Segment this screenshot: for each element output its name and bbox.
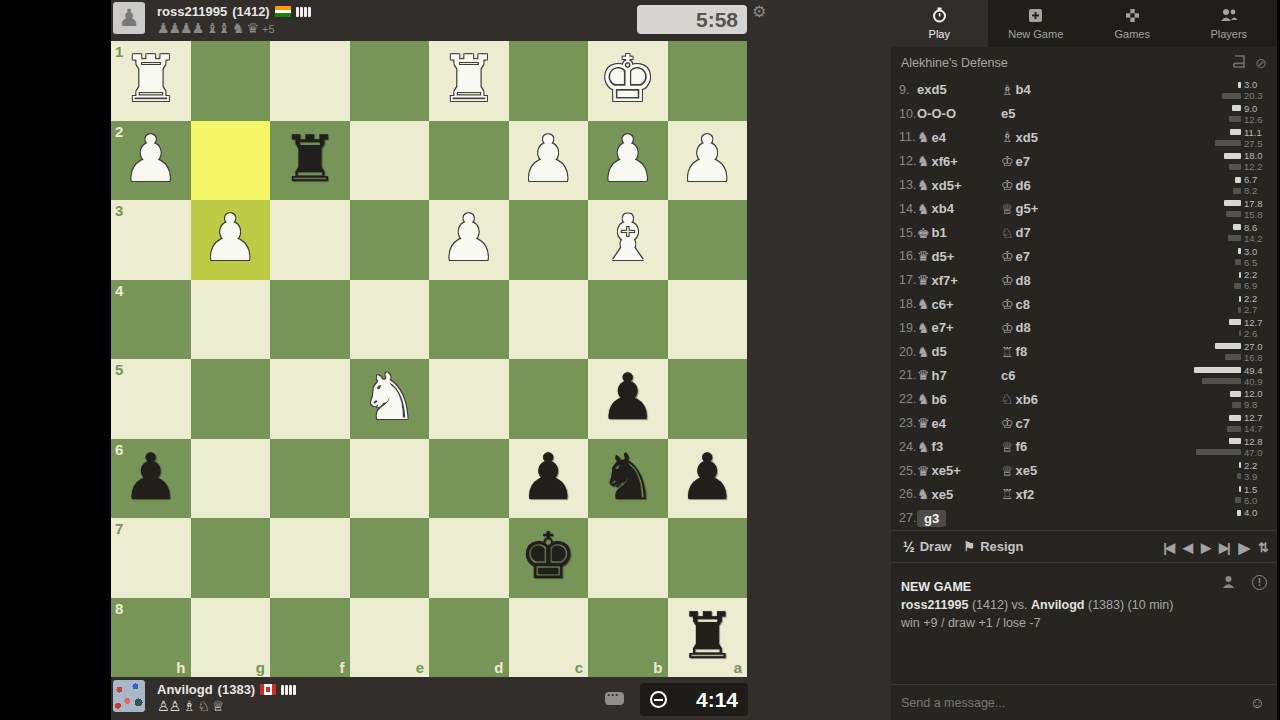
square-e3[interactable] bbox=[350, 200, 430, 280]
letterbox-background: ♟ ross211995 (1412) ♟♟♟♟ ♝♝ ♞ ♛+5 5:58 ⚙… bbox=[0, 0, 1280, 720]
move-number: 10. bbox=[891, 107, 917, 121]
smiley-icon[interactable]: ☺ bbox=[1250, 694, 1265, 711]
black-pawn-h6[interactable]: ♟ bbox=[111, 439, 191, 519]
step-back-button[interactable]: ◀ bbox=[1183, 540, 1191, 555]
square-f8[interactable]: f bbox=[270, 598, 350, 678]
white-move[interactable]: ♛xe5+ bbox=[917, 463, 1001, 479]
time-value: 47.0 bbox=[1244, 447, 1271, 458]
time-bar bbox=[1194, 367, 1241, 373]
white-rook-d1[interactable]: ♜ bbox=[429, 41, 509, 121]
square-a7[interactable] bbox=[668, 518, 748, 598]
square-h6[interactable]: 6♟ bbox=[111, 439, 191, 519]
figurine-icon: ♛ bbox=[917, 367, 930, 383]
square-c6[interactable]: ♟ bbox=[509, 439, 589, 519]
move-times: 17.815.8 bbox=[1111, 198, 1271, 220]
square-g7[interactable] bbox=[191, 518, 271, 598]
white-move[interactable]: ♞d5 bbox=[917, 344, 1001, 360]
move-times: 2.26.9 bbox=[1111, 269, 1271, 291]
time-bar bbox=[1238, 307, 1241, 313]
time-value: 12.2 bbox=[1244, 161, 1271, 172]
move-number: 14. bbox=[891, 202, 917, 216]
time-value: 6.0 bbox=[1244, 495, 1271, 506]
figurine-icon: ♞ bbox=[917, 486, 930, 502]
square-g8[interactable]: g bbox=[191, 598, 271, 678]
square-d2[interactable] bbox=[429, 121, 509, 201]
black-move[interactable]: ♖f8 bbox=[1001, 344, 1085, 360]
move-times: 27.016.8 bbox=[1111, 341, 1271, 363]
time-value: 8.6 bbox=[1244, 222, 1271, 233]
white-rook-h1[interactable]: ♜ bbox=[111, 41, 191, 121]
figurine-icon: ♛ bbox=[917, 415, 930, 431]
square-b7[interactable] bbox=[588, 518, 668, 598]
time-value: 17.8 bbox=[1244, 198, 1271, 209]
time-bar bbox=[1226, 211, 1241, 217]
square-b5[interactable]: ♟ bbox=[588, 359, 668, 439]
move-row-22: 22.♞b6♘xb612.09.8 bbox=[891, 387, 1277, 411]
square-a2[interactable]: ♟ bbox=[668, 121, 748, 201]
square-f2[interactable]: ♜ bbox=[270, 121, 350, 201]
square-c3[interactable] bbox=[509, 200, 589, 280]
square-h5[interactable]: 5 bbox=[111, 359, 191, 439]
square-a5[interactable] bbox=[668, 359, 748, 439]
time-bar bbox=[1232, 402, 1241, 408]
white-move[interactable]: ♞xb4 bbox=[917, 201, 1001, 217]
new-game-title: NEW GAME bbox=[901, 580, 971, 594]
time-value: 3.9 bbox=[1244, 471, 1271, 482]
rank-label: 5 bbox=[115, 361, 123, 378]
connection-signal-icon bbox=[296, 7, 311, 17]
resign-button[interactable]: ⚑ Resign bbox=[963, 539, 1023, 554]
black-rook-a8[interactable]: ♜ bbox=[668, 598, 748, 678]
connection-signal-icon bbox=[281, 685, 296, 695]
move-row-12: 12.♞xf6+♔e718.012.2 bbox=[891, 149, 1277, 173]
time-value: 3.0 bbox=[1244, 246, 1271, 257]
white-move[interactable]: ♞xe5 bbox=[917, 486, 1001, 502]
time-bar bbox=[1238, 248, 1241, 254]
square-b8[interactable]: b bbox=[588, 598, 668, 678]
tab-new-game[interactable]: New Game bbox=[988, 0, 1085, 47]
time-bar bbox=[1239, 330, 1241, 336]
square-g3[interactable]: ♟ bbox=[191, 200, 271, 280]
time-value: 2.7 bbox=[1244, 304, 1271, 315]
black-pawn-a6[interactable]: ♟ bbox=[668, 439, 748, 519]
black-move[interactable]: ♖xf2 bbox=[1001, 486, 1085, 502]
move-row-21: 21.♛h7c649.440.9 bbox=[891, 364, 1277, 388]
move-list[interactable]: 9.exd5♗b43.020.310.O-O-Oe59.012.611.♞e4♗… bbox=[891, 78, 1277, 530]
time-value: 4.0 bbox=[1244, 507, 1271, 518]
square-d4[interactable] bbox=[429, 280, 509, 360]
time-value: 2.6 bbox=[1244, 328, 1271, 339]
white-pawn-h2[interactable]: ♟ bbox=[111, 121, 191, 201]
black-move[interactable]: ♕g5+ bbox=[1001, 201, 1085, 217]
file-label: e bbox=[416, 659, 424, 676]
white-move[interactable]: ♛e4 bbox=[917, 415, 1001, 431]
jump-end-button[interactable]: ▶| bbox=[1219, 540, 1229, 555]
black-pawn-b5[interactable]: ♟ bbox=[588, 359, 668, 439]
move-times: 12.847.0 bbox=[1111, 436, 1271, 458]
time-value: 6.9 bbox=[1244, 280, 1271, 291]
time-bar bbox=[1225, 354, 1241, 360]
move-row-9: 9.exd5♗b43.020.3 bbox=[891, 78, 1277, 102]
figurine-icon: ♘ bbox=[1001, 225, 1014, 241]
white-move[interactable]: ♛h7 bbox=[917, 367, 1001, 383]
explorer-icon[interactable]: ⊘ bbox=[1255, 55, 1267, 71]
square-h2[interactable]: 2♟ bbox=[111, 121, 191, 201]
opening-row: Alekhine's Defense ⊘ bbox=[891, 47, 1277, 78]
move-times: 4.0 bbox=[1111, 507, 1271, 518]
step-forward-button[interactable]: ▶ bbox=[1201, 540, 1209, 555]
black-move[interactable]: ♘xb6 bbox=[1001, 391, 1085, 407]
square-f6[interactable] bbox=[270, 439, 350, 519]
panel-tabs: Play New Game Games Players bbox=[891, 0, 1277, 47]
square-e2[interactable] bbox=[350, 121, 430, 201]
time-value: 49.4 bbox=[1244, 365, 1271, 376]
square-g4[interactable] bbox=[191, 280, 271, 360]
top-captured-pieces: ♟♟♟♟ ♝♝ ♞ ♛+5 bbox=[157, 20, 275, 36]
square-d1[interactable]: ♜ bbox=[429, 41, 509, 121]
white-move[interactable]: ♛xf7+ bbox=[917, 272, 1001, 288]
black-move[interactable]: ♔e7 bbox=[1001, 153, 1085, 169]
time-bar bbox=[1222, 93, 1241, 99]
figurine-icon: ♞ bbox=[917, 177, 930, 193]
square-f3[interactable] bbox=[270, 200, 350, 280]
time-bar bbox=[1215, 140, 1241, 146]
move-row-10: 10.O-O-Oe59.012.6 bbox=[891, 102, 1277, 126]
square-b2[interactable]: ♟ bbox=[588, 121, 668, 201]
time-bar bbox=[1229, 415, 1241, 421]
time-bar bbox=[1232, 105, 1241, 111]
move-row-18: 18.♞c6+♔c82.22.7 bbox=[891, 292, 1277, 316]
time-bar bbox=[1234, 283, 1241, 289]
move-number: 18. bbox=[891, 297, 917, 311]
move-number: 27. bbox=[891, 511, 917, 525]
square-e6[interactable] bbox=[350, 439, 430, 519]
time-value: 1.5 bbox=[1244, 484, 1271, 495]
time-bar bbox=[1235, 259, 1241, 265]
square-a8[interactable]: a♜ bbox=[668, 598, 748, 678]
move-row-26: 26.♞xe5♖xf21.56.0 bbox=[891, 483, 1277, 507]
rank-label: 4 bbox=[115, 282, 123, 299]
white-move[interactable]: ♚b1 bbox=[917, 225, 1001, 241]
time-value: 3.0 bbox=[1244, 79, 1271, 90]
black-move[interactable]: ♗b4 bbox=[1001, 82, 1085, 98]
rank-label: 7 bbox=[115, 520, 123, 537]
matchup-line: ross211995 (1412) vs. Anvilogd (1383) (1… bbox=[901, 598, 1173, 612]
figurine-icon: ♔ bbox=[1001, 415, 1014, 431]
chess-board[interactable]: 1♜♜♚2♟♜♟♟♟3♟♟♝45♞♟6♟♟♞♟7♚8hgfedcba♜ bbox=[111, 41, 747, 677]
white-pawn-d3[interactable]: ♟ bbox=[429, 200, 509, 280]
square-f7[interactable] bbox=[270, 518, 350, 598]
challenge-icon[interactable] bbox=[1221, 575, 1236, 590]
square-f4[interactable] bbox=[270, 280, 350, 360]
time-bar bbox=[1239, 296, 1241, 302]
square-b3[interactable]: ♝ bbox=[588, 200, 668, 280]
move-times: 12.72.6 bbox=[1111, 317, 1271, 339]
figurine-icon: ♛ bbox=[917, 248, 930, 264]
square-g6[interactable] bbox=[191, 439, 271, 519]
move-times: 8.614.2 bbox=[1111, 222, 1271, 244]
white-pawn-c2[interactable]: ♟ bbox=[509, 121, 589, 201]
square-b4[interactable] bbox=[588, 280, 668, 360]
black-move[interactable]: c6 bbox=[1001, 368, 1085, 383]
figurine-icon: ♗ bbox=[1001, 129, 1014, 145]
gear-icon[interactable]: ⚙ bbox=[752, 2, 766, 21]
square-e8[interactable]: e bbox=[350, 598, 430, 678]
white-move[interactable]: ♞e7+ bbox=[917, 320, 1001, 336]
figurine-icon: ♛ bbox=[917, 463, 930, 479]
square-h4[interactable]: 4 bbox=[111, 280, 191, 360]
move-number: 16. bbox=[891, 249, 917, 263]
move-row-20: 20.♞d5♖f827.016.8 bbox=[891, 340, 1277, 364]
figurine-icon: ♖ bbox=[1001, 486, 1014, 502]
square-c8[interactable]: c bbox=[509, 598, 589, 678]
square-d8[interactable]: d bbox=[429, 598, 509, 678]
square-h7[interactable]: 7 bbox=[111, 518, 191, 598]
time-bar bbox=[1227, 426, 1241, 432]
move-number: 20. bbox=[891, 345, 917, 359]
move-number: 21. bbox=[891, 368, 917, 382]
top-player-avatar[interactable]: ♟ bbox=[113, 2, 145, 34]
move-times: 49.440.9 bbox=[1111, 365, 1271, 387]
black-rook-f2[interactable]: ♜ bbox=[270, 121, 350, 201]
bottom-player-rating: (1383) bbox=[218, 682, 256, 697]
figurine-icon: ♔ bbox=[1001, 153, 1014, 169]
figurine-icon: ♗ bbox=[1001, 82, 1014, 98]
active-clock-icon bbox=[650, 691, 667, 708]
app-background: ♟ ross211995 (1412) ♟♟♟♟ ♝♝ ♞ ♛+5 5:58 ⚙… bbox=[111, 0, 1166, 720]
square-f5[interactable] bbox=[270, 359, 350, 439]
time-bar bbox=[1237, 473, 1241, 479]
white-pawn-b2[interactable]: ♟ bbox=[588, 121, 668, 201]
file-label: b bbox=[653, 659, 662, 676]
white-pawn-g3[interactable]: ♟ bbox=[191, 200, 271, 280]
time-value: 12.6 bbox=[1244, 114, 1271, 125]
figurine-icon: ♔ bbox=[1001, 272, 1014, 288]
square-c5[interactable] bbox=[509, 359, 589, 439]
time-value: 15.8 bbox=[1244, 209, 1271, 220]
figurine-icon: ♛ bbox=[917, 272, 930, 288]
square-d7[interactable] bbox=[429, 518, 509, 598]
jump-start-button[interactable]: |◀ bbox=[1163, 540, 1173, 555]
time-bar bbox=[1230, 129, 1241, 135]
white-move[interactable]: ♞f3 bbox=[917, 439, 1001, 455]
bottom-captured-pieces: ♙♙ ♗ ♘ ♕ bbox=[157, 698, 223, 714]
opening-name[interactable]: Alekhine's Defense bbox=[901, 56, 1008, 70]
square-g2[interactable] bbox=[191, 121, 271, 201]
move-row-27: 27.g34.0 bbox=[891, 506, 1277, 530]
square-b6[interactable]: ♞ bbox=[588, 439, 668, 519]
move-row-19: 19.♞e7+♔d812.72.6 bbox=[891, 316, 1277, 340]
white-move[interactable]: ♞xd5+ bbox=[917, 177, 1001, 193]
white-move[interactable]: ♞xf6+ bbox=[917, 153, 1001, 169]
tab-games[interactable]: Games bbox=[1084, 0, 1181, 47]
figurine-icon: ♞ bbox=[917, 344, 930, 360]
square-a3[interactable] bbox=[668, 200, 748, 280]
figurine-icon: ♞ bbox=[917, 296, 930, 312]
rank-label: 3 bbox=[115, 202, 123, 219]
file-label: d bbox=[494, 659, 503, 676]
black-move[interactable]: ♗xd5 bbox=[1001, 129, 1085, 145]
top-player-name[interactable]: ross211995 bbox=[157, 4, 227, 19]
white-pawn-a2[interactable]: ♟ bbox=[668, 121, 748, 201]
move-times: 12.09.8 bbox=[1111, 388, 1271, 410]
black-move[interactable]: ♕xe5 bbox=[1001, 463, 1085, 479]
figurine-icon: ♞ bbox=[917, 439, 930, 455]
figurine-icon: ♘ bbox=[1001, 391, 1014, 407]
figurine-icon: ♞ bbox=[917, 201, 930, 217]
black-clock: 4:14 bbox=[640, 683, 748, 716]
time-bar bbox=[1239, 272, 1241, 278]
square-f1[interactable] bbox=[270, 41, 350, 121]
time-bar bbox=[1229, 319, 1241, 325]
figurine-icon: ♚ bbox=[917, 225, 930, 241]
alert-icon[interactable]: ! bbox=[1252, 575, 1267, 590]
black-move[interactable]: ♔e7 bbox=[1001, 248, 1085, 264]
move-number: 25. bbox=[891, 464, 917, 478]
time-value: 12.8 bbox=[1244, 436, 1271, 447]
figurine-icon: ♔ bbox=[1001, 177, 1014, 193]
move-number: 15. bbox=[891, 226, 917, 240]
white-bishop-b3[interactable]: ♝ bbox=[588, 200, 668, 280]
black-move[interactable]: ♔c8 bbox=[1001, 296, 1085, 312]
square-d6[interactable] bbox=[429, 439, 509, 519]
square-a1[interactable] bbox=[668, 41, 748, 121]
white-knight-e5[interactable]: ♞ bbox=[350, 359, 430, 439]
move-number: 12. bbox=[891, 154, 917, 168]
square-c2[interactable]: ♟ bbox=[509, 121, 589, 201]
black-king-c7[interactable]: ♚ bbox=[509, 518, 589, 598]
square-e1[interactable] bbox=[350, 41, 430, 121]
time-bar bbox=[1196, 449, 1241, 455]
book-icon[interactable] bbox=[1232, 55, 1246, 69]
white-move[interactable]: exd5 bbox=[917, 82, 1001, 97]
bottom-player-name[interactable]: Anvilogd bbox=[157, 682, 213, 697]
figurine-icon: ♞ bbox=[917, 391, 930, 407]
square-e4[interactable] bbox=[350, 280, 430, 360]
move-row-17: 17.♛xf7+♔d82.26.9 bbox=[891, 268, 1277, 292]
move-row-25: 25.♛xe5+♕xe52.23.9 bbox=[891, 459, 1277, 483]
square-h8[interactable]: 8h bbox=[111, 598, 191, 678]
move-row-11: 11.♞e4♗xd511.127.5 bbox=[891, 126, 1277, 150]
black-move[interactable]: ♔c7 bbox=[1001, 415, 1085, 431]
black-move[interactable]: ♔d8 bbox=[1001, 272, 1085, 288]
file-label: f bbox=[340, 659, 345, 676]
white-clock: 5:58 bbox=[637, 5, 747, 34]
time-value: 18.0 bbox=[1244, 150, 1271, 161]
black-move[interactable]: ♘d7 bbox=[1001, 225, 1085, 241]
time-bar bbox=[1239, 462, 1241, 468]
figurine-icon: ♞ bbox=[917, 129, 930, 145]
move-times: 12.714.7 bbox=[1111, 412, 1271, 434]
square-g5[interactable] bbox=[191, 359, 271, 439]
figurine-icon: ♞ bbox=[917, 153, 930, 169]
time-value: 16.8 bbox=[1244, 352, 1271, 363]
square-d5[interactable] bbox=[429, 359, 509, 439]
move-number: 11. bbox=[891, 130, 917, 144]
move-row-16: 16.♛d5+♔e73.06.5 bbox=[891, 245, 1277, 269]
figurine-icon: ♖ bbox=[1001, 344, 1014, 360]
square-e7[interactable] bbox=[350, 518, 430, 598]
white-move[interactable]: ♞b6 bbox=[917, 391, 1001, 407]
tab-players[interactable]: Players bbox=[1181, 0, 1278, 47]
black-move[interactable]: ♕f6 bbox=[1001, 439, 1085, 455]
time-bar bbox=[1229, 116, 1241, 122]
time-value: 14.7 bbox=[1244, 423, 1271, 434]
time-bar bbox=[1238, 82, 1241, 88]
black-pawn-c6[interactable]: ♟ bbox=[509, 439, 589, 519]
time-bar bbox=[1224, 200, 1241, 206]
time-value: 12.0 bbox=[1244, 388, 1271, 399]
time-value: 9.0 bbox=[1244, 103, 1271, 114]
square-h3[interactable]: 3 bbox=[111, 200, 191, 280]
black-move[interactable]: ♔d6 bbox=[1001, 177, 1085, 193]
white-king-b1[interactable]: ♚ bbox=[588, 41, 668, 121]
time-bar bbox=[1235, 177, 1241, 183]
square-e5[interactable]: ♞ bbox=[350, 359, 430, 439]
move-number: 22. bbox=[891, 392, 917, 406]
bottom-player-avatar[interactable] bbox=[113, 680, 145, 712]
move-number: 17. bbox=[891, 273, 917, 287]
figurine-icon: ♕ bbox=[1001, 463, 1014, 479]
figurine-icon: ♔ bbox=[1001, 320, 1014, 336]
square-a4[interactable] bbox=[668, 280, 748, 360]
move-times: 3.020.3 bbox=[1111, 79, 1271, 101]
autoplay-button[interactable]: ▶ bbox=[1239, 539, 1249, 557]
figurine-icon: ♔ bbox=[1001, 296, 1014, 312]
move-row-15: 15.♚b1♘d78.614.2 bbox=[891, 221, 1277, 245]
time-bar bbox=[1233, 188, 1241, 194]
chat-bubble-icon[interactable] bbox=[605, 692, 624, 705]
square-b1[interactable]: ♚ bbox=[588, 41, 668, 121]
black-move[interactable]: ♔d8 bbox=[1001, 320, 1085, 336]
figurine-icon: ♕ bbox=[1001, 201, 1014, 217]
square-d3[interactable]: ♟ bbox=[429, 200, 509, 280]
square-c4[interactable] bbox=[509, 280, 589, 360]
figurine-icon: ♕ bbox=[1001, 439, 1014, 455]
square-h1[interactable]: 1♜ bbox=[111, 41, 191, 121]
white-move[interactable]: O-O-O bbox=[917, 106, 1001, 121]
white-move[interactable]: ♛d5+ bbox=[917, 248, 1001, 264]
move-number: 26. bbox=[891, 487, 917, 501]
chat-input[interactable] bbox=[901, 696, 1221, 710]
square-c1[interactable] bbox=[509, 41, 589, 121]
move-row-24: 24.♞f3♕f612.847.0 bbox=[891, 435, 1277, 459]
move-number: 9. bbox=[891, 83, 917, 97]
time-value: 27.0 bbox=[1244, 341, 1271, 352]
time-value: 11.1 bbox=[1244, 127, 1271, 138]
tab-play[interactable]: Play bbox=[891, 0, 988, 47]
square-c7[interactable]: ♚ bbox=[509, 518, 589, 598]
move-row-14: 14.♞xb4♕g5+17.815.8 bbox=[891, 197, 1277, 221]
move-number: 24. bbox=[891, 440, 917, 454]
flip-board-button[interactable]: ⇅ bbox=[1258, 540, 1269, 555]
file-label: h bbox=[176, 659, 185, 676]
black-knight-b6[interactable]: ♞ bbox=[588, 439, 668, 519]
draw-button[interactable]: ½ Draw bbox=[903, 539, 951, 555]
time-value: 12.7 bbox=[1244, 317, 1271, 328]
square-g1[interactable] bbox=[191, 41, 271, 121]
black-move[interactable]: e5 bbox=[1001, 106, 1085, 121]
figurine-icon: ♔ bbox=[1001, 248, 1014, 264]
white-move[interactable]: ♞c6+ bbox=[917, 296, 1001, 312]
white-move[interactable]: ♞e4 bbox=[917, 129, 1001, 145]
square-a6[interactable]: ♟ bbox=[668, 439, 748, 519]
time-value: 6.5 bbox=[1244, 257, 1271, 268]
move-times: 9.012.6 bbox=[1111, 103, 1271, 125]
white-move[interactable]: g3 bbox=[917, 510, 1001, 527]
move-times: 18.012.2 bbox=[1111, 150, 1271, 172]
time-bar bbox=[1230, 391, 1241, 397]
